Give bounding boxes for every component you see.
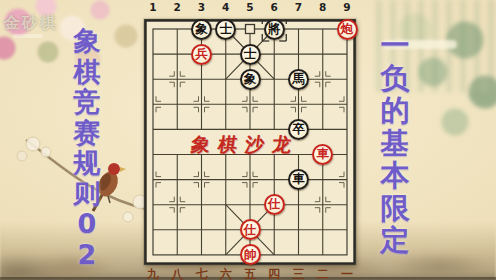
file-label: 9	[343, 1, 350, 13]
title-char: 则	[74, 179, 101, 210]
right-title-vertical: 一负的基本限定	[376, 29, 414, 257]
file-label: 七	[196, 266, 208, 280]
piece-black-advisor[interactable]: 士	[240, 44, 261, 65]
channel-watermark-subtitle	[13, 34, 43, 38]
file-label: 九	[147, 266, 159, 280]
video-frame: { "game": "xiangqi", "position": { "fen"…	[0, 0, 496, 280]
piece-red-advisor[interactable]: 仕	[264, 194, 285, 215]
left-title-vertical: 象棋竞赛规则02	[68, 26, 106, 270]
title-char: 负	[381, 62, 410, 95]
piece-black-general[interactable]: 將	[264, 19, 285, 40]
bottom-file-labels: 九八七六五四三二一	[144, 266, 356, 280]
title-char: 赛	[74, 118, 101, 149]
file-label: 四	[268, 266, 280, 280]
channel-watermark: 金砂棋	[4, 13, 58, 34]
file-label: 8	[319, 1, 326, 13]
piece-black-chariot[interactable]: 車	[288, 169, 309, 190]
top-file-labels: 123456789	[144, 1, 356, 15]
title-char: 基	[381, 127, 410, 160]
river-watermark: 象棋沙龙	[189, 132, 301, 158]
file-label: 一	[341, 266, 353, 280]
file-label: 二	[317, 266, 329, 280]
file-label: 五	[244, 266, 256, 280]
file-label: 3	[198, 1, 205, 13]
title-char: 0	[78, 209, 97, 240]
piece-red-advisor[interactable]: 仕	[240, 219, 261, 240]
title-char: 限	[381, 192, 410, 225]
file-label: 1	[149, 1, 156, 13]
title-char: 规	[74, 148, 101, 179]
file-label: 4	[222, 1, 229, 13]
piece-red-chariot[interactable]: 車	[312, 144, 333, 165]
file-label: 三	[293, 266, 305, 280]
title-char: 棋	[74, 57, 101, 88]
piece-red-soldier[interactable]: 兵	[191, 44, 212, 65]
piece-red-general[interactable]: 帥	[240, 244, 261, 265]
file-label: 5	[246, 1, 253, 13]
title-char: 一	[381, 29, 410, 62]
piece-black-elephant[interactable]: 象	[191, 19, 212, 40]
file-label: 2	[174, 1, 181, 13]
file-label: 八	[171, 266, 183, 280]
title-char: 2	[78, 240, 97, 271]
title-char: 象	[74, 26, 101, 57]
piece-black-advisor[interactable]: 士	[215, 19, 236, 40]
piece-black-horse[interactable]: 馬	[288, 69, 309, 90]
piece-black-elephant[interactable]: 象	[240, 69, 261, 90]
file-label: 六	[220, 266, 232, 280]
file-label: 6	[271, 1, 278, 13]
piece-red-cannon[interactable]: 炮	[337, 19, 358, 40]
title-char: 的	[381, 94, 410, 127]
title-char: 定	[381, 224, 410, 257]
file-label: 7	[295, 1, 302, 13]
title-char: 本	[381, 159, 410, 192]
title-char: 竞	[74, 87, 101, 118]
